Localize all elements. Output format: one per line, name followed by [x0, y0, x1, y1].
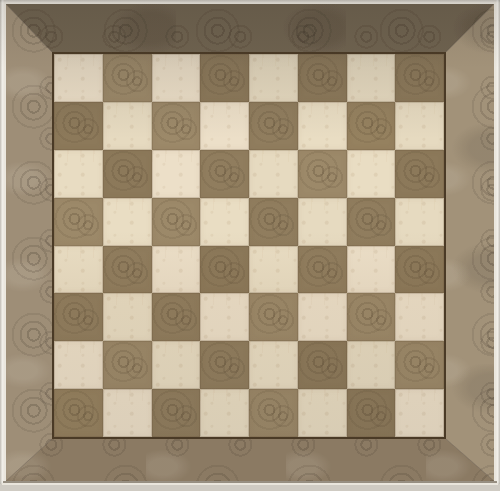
- square-e2[interactable]: [249, 341, 298, 389]
- square-b4[interactable]: [103, 246, 152, 294]
- square-c5[interactable]: [152, 198, 201, 246]
- square-e5[interactable]: [249, 198, 298, 246]
- square-f7[interactable]: [298, 102, 347, 150]
- square-f4[interactable]: [298, 246, 347, 294]
- square-f1[interactable]: [298, 389, 347, 437]
- square-e1[interactable]: [249, 389, 298, 437]
- square-h1[interactable]: [395, 389, 444, 437]
- square-b6[interactable]: [103, 150, 152, 198]
- square-c3[interactable]: [152, 293, 201, 341]
- square-h3[interactable]: [395, 293, 444, 341]
- square-f3[interactable]: [298, 293, 347, 341]
- square-b1[interactable]: [103, 389, 152, 437]
- square-g1[interactable]: [347, 389, 396, 437]
- square-g6[interactable]: [347, 150, 396, 198]
- square-h2[interactable]: [395, 341, 444, 389]
- square-d6[interactable]: [200, 150, 249, 198]
- square-h4[interactable]: [395, 246, 444, 294]
- square-d2[interactable]: [200, 341, 249, 389]
- square-c2[interactable]: [152, 341, 201, 389]
- square-h5[interactable]: [395, 198, 444, 246]
- square-b2[interactable]: [103, 341, 152, 389]
- square-d7[interactable]: [200, 102, 249, 150]
- square-f6[interactable]: [298, 150, 347, 198]
- square-h7[interactable]: [395, 102, 444, 150]
- square-g3[interactable]: [347, 293, 396, 341]
- square-a8[interactable]: [54, 54, 103, 102]
- square-e4[interactable]: [249, 246, 298, 294]
- chessboard: [54, 54, 444, 437]
- square-a2[interactable]: [54, 341, 103, 389]
- square-b5[interactable]: [103, 198, 152, 246]
- square-g8[interactable]: [347, 54, 396, 102]
- square-g5[interactable]: [347, 198, 396, 246]
- square-f2[interactable]: [298, 341, 347, 389]
- square-d1[interactable]: [200, 389, 249, 437]
- square-a1[interactable]: [54, 389, 103, 437]
- square-h8[interactable]: [395, 54, 444, 102]
- square-b8[interactable]: [103, 54, 152, 102]
- square-h6[interactable]: [395, 150, 444, 198]
- square-a5[interactable]: [54, 198, 103, 246]
- square-c1[interactable]: [152, 389, 201, 437]
- square-e8[interactable]: [249, 54, 298, 102]
- square-c7[interactable]: [152, 102, 201, 150]
- photo-background: [0, 0, 500, 491]
- square-d5[interactable]: [200, 198, 249, 246]
- square-f5[interactable]: [298, 198, 347, 246]
- square-d8[interactable]: [200, 54, 249, 102]
- square-f8[interactable]: [298, 54, 347, 102]
- square-b7[interactable]: [103, 102, 152, 150]
- square-g4[interactable]: [347, 246, 396, 294]
- square-e6[interactable]: [249, 150, 298, 198]
- square-a3[interactable]: [54, 293, 103, 341]
- square-a6[interactable]: [54, 150, 103, 198]
- square-e7[interactable]: [249, 102, 298, 150]
- square-g2[interactable]: [347, 341, 396, 389]
- square-d3[interactable]: [200, 293, 249, 341]
- square-d4[interactable]: [200, 246, 249, 294]
- square-c6[interactable]: [152, 150, 201, 198]
- table-surface: [0, 485, 500, 491]
- square-a4[interactable]: [54, 246, 103, 294]
- square-b3[interactable]: [103, 293, 152, 341]
- square-g7[interactable]: [347, 102, 396, 150]
- square-c8[interactable]: [152, 54, 201, 102]
- square-c4[interactable]: [152, 246, 201, 294]
- square-e3[interactable]: [249, 293, 298, 341]
- square-a7[interactable]: [54, 102, 103, 150]
